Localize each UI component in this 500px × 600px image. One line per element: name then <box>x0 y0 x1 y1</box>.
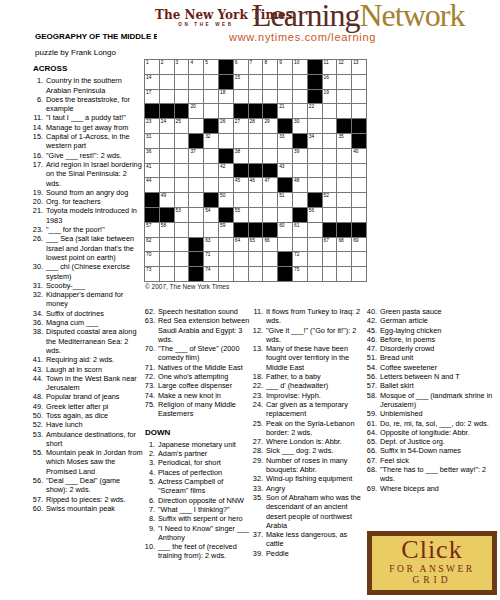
cell-number: 16 <box>324 75 329 80</box>
grid-cell-black <box>219 75 234 90</box>
grid-cell <box>219 134 234 149</box>
clue-text: "Deal ___ Deal" (game show): 2 wds. <box>46 476 143 495</box>
cell-number: 53 <box>176 208 181 213</box>
clue-number: 10 <box>133 542 155 561</box>
grid-cell <box>263 193 278 208</box>
clue-text: "I Need to Know" singer ___ Anthony <box>158 524 255 543</box>
grid-cell <box>337 193 352 208</box>
grid-cell <box>308 267 323 282</box>
grid-cell-black <box>160 208 175 223</box>
grid-cell <box>263 90 278 105</box>
cell-number: 40 <box>353 149 358 154</box>
cell-number: 2 <box>161 60 164 65</box>
clue-down-8: 8Suffix with serpent or hero <box>133 514 255 523</box>
clue-number: 70 <box>133 344 155 363</box>
nyt-logo-subtext: ON THE WEB <box>155 22 257 27</box>
clue-text: One who's attempting <box>158 372 255 381</box>
page-title: GEOGRAPHY OF THE MIDDLE EAST <box>35 32 157 41</box>
grid-cell <box>323 267 338 282</box>
grid-cell <box>293 238 308 253</box>
grid-cell: 50 <box>219 193 234 208</box>
clue-text: "The ___ of Steve" (2000 comedy film) <box>158 344 255 363</box>
grid-cell <box>175 238 190 253</box>
network-wordmark: Network <box>360 0 465 33</box>
grid-cell <box>189 193 204 208</box>
clue-across-16: 16"Give ___ rest!": 2 wds. <box>21 151 143 160</box>
clue-down-37: 37Make less dangerous, as cattle <box>247 530 366 549</box>
grid-cell <box>234 193 249 208</box>
clue-text: Ballet skirt <box>380 381 500 390</box>
grid-cell: 46 <box>249 178 264 193</box>
grid-cell: 22 <box>308 104 323 119</box>
clue-text: Scooby-___ <box>46 281 143 290</box>
cell-number: 17 <box>146 90 151 95</box>
clue-down-57: 57Ballet skirt <box>361 381 500 390</box>
clue-number: 42 <box>361 316 377 325</box>
grid-cell <box>219 104 234 119</box>
clue-across-56: 56"Deal ___ Deal" (game show): 2 wds. <box>21 476 143 495</box>
grid-cell <box>189 119 204 134</box>
clue-number: 72 <box>133 372 155 381</box>
cell-number: 57 <box>146 223 151 228</box>
clue-number: 32 <box>247 474 263 483</box>
clue-text: Disputed coastal area along the Mediterr… <box>46 327 143 355</box>
cell-number: 30 <box>294 119 299 124</box>
clue-text: Speech hesitation sound <box>158 307 255 316</box>
answer-grid-button[interactable]: Click FOR ANSWER GRID <box>367 531 497 595</box>
clue-across-1: 1Country in the southern Arabian Peninsu… <box>21 76 143 95</box>
grid-cell <box>352 164 367 179</box>
across-header: ACROSS <box>33 64 143 73</box>
clue-number: 18 <box>247 372 263 381</box>
grid-cell <box>308 178 323 193</box>
clue-down-46: 46Before, in poems <box>361 335 500 344</box>
cell-number: 44 <box>146 178 151 183</box>
clue-column-4: 40Green pasta sauce42German article45Egg… <box>361 307 500 493</box>
clue-number: 56 <box>21 476 43 495</box>
copyright-notice: © 2007, The New York Times <box>145 283 229 290</box>
grid-cell-black <box>234 223 249 238</box>
clue-number: 60 <box>21 504 43 513</box>
clue-text: Son of Abraham who was the descendant of… <box>266 493 366 530</box>
clue-text: Do, re, mi, fa, sol, ___, do: 2 wds. <box>380 419 500 428</box>
clue-across-38: 38Disputed coastal area along the Medite… <box>21 327 143 355</box>
clue-number: 20 <box>21 197 43 206</box>
clue-text: Peak on the Syria-Lebanon border: 2 wds. <box>266 419 366 438</box>
grid-cell <box>234 90 249 105</box>
cell-number: 14 <box>146 75 151 80</box>
grid-cell-black <box>352 223 367 238</box>
grid-cell <box>219 238 234 253</box>
clue-number: 57 <box>21 495 43 504</box>
clue-down-5: 5Actress Campbell of "Scream" films <box>133 477 255 496</box>
grid-cell <box>189 208 204 223</box>
cell-number: 67 <box>324 238 329 243</box>
clue-number: 63 <box>133 316 155 344</box>
grid-cell <box>160 178 175 193</box>
learning-network-logo: LearningNetwork <box>252 0 464 34</box>
crossword-grid: 1234567891011121314151617181920212223242… <box>144 59 367 282</box>
grid-cell <box>160 238 175 253</box>
grid-cell <box>189 75 204 90</box>
grid-cell <box>323 149 338 164</box>
byline: puzzle by Frank Longo <box>35 48 116 57</box>
clue-number: 27 <box>247 437 263 446</box>
cell-number: 46 <box>250 178 255 183</box>
clue-number: 23 <box>21 225 43 234</box>
cell-number: 1 <box>146 60 149 65</box>
grid-cell: 36 <box>145 149 160 164</box>
clue-down-66: 66Suffix in 54-Down names <box>361 446 500 455</box>
clue-number: 68 <box>361 465 377 484</box>
clue-number: 55 <box>21 448 43 476</box>
clue-down-67: 67Feel sick <box>361 456 500 465</box>
grid-cell <box>308 119 323 134</box>
clue-number: 36 <box>21 318 43 327</box>
clue-text: Dept. of Justice org. <box>380 437 500 446</box>
grid-cell-black <box>308 193 323 208</box>
clue-text: Where London is: Abbr. <box>266 437 366 446</box>
cell-number: 21 <box>279 104 284 109</box>
grid-cell: 24 <box>160 119 175 134</box>
grid-cell: 52 <box>323 193 338 208</box>
grid-cell: 47 <box>263 178 278 193</box>
grid-cell <box>263 252 278 267</box>
grid-cell: 19 <box>323 90 338 105</box>
grid-cell <box>323 252 338 267</box>
clue-number: 7 <box>133 505 155 514</box>
clue-down-51: 51Bread unit <box>361 353 500 362</box>
grid-cell <box>323 178 338 193</box>
grid-cell <box>249 193 264 208</box>
clue-number: 39 <box>247 549 263 558</box>
cell-number: 75 <box>294 267 299 272</box>
clue-number: 8 <box>133 514 155 523</box>
clue-number: 28 <box>247 446 263 455</box>
clue-text: Large coffee dispenser <box>158 381 255 390</box>
grid-cell-black <box>337 223 352 238</box>
clue-across-6: 6Does the breaststroke, for example <box>21 95 143 114</box>
grid-cell <box>234 267 249 282</box>
clue-text: Sound from an angry dog <box>46 188 143 197</box>
clue-number: 74 <box>133 391 155 400</box>
grid-cell <box>175 75 190 90</box>
cell-number: 15 <box>235 75 240 80</box>
grid-cell: 40 <box>352 149 367 164</box>
clue-text: Suffix of doctrines <box>46 309 143 318</box>
grid-cell <box>249 90 264 105</box>
clue-number: 5 <box>133 477 155 496</box>
grid-cell <box>249 134 264 149</box>
clue-number: 11 <box>21 113 43 122</box>
clue-across-34: 34Suffix of doctrines <box>21 309 143 318</box>
clue-down-28: 28Sick ___ dog: 2 wds. <box>247 446 366 455</box>
clue-across-48: 48Popular brand of jeans <box>21 392 143 401</box>
grid-cell <box>219 252 234 267</box>
grid-cell: 13 <box>352 60 367 75</box>
cell-number: 51 <box>279 193 284 198</box>
grid-cell: 59 <box>219 223 234 238</box>
grid-cell <box>352 90 367 105</box>
cell-number: 65 <box>250 238 255 243</box>
grid-cell: 51 <box>278 193 293 208</box>
clue-number: 12 <box>247 326 263 345</box>
grid-cell-black <box>160 104 175 119</box>
cell-number: 54 <box>205 208 210 213</box>
grid-cell <box>263 267 278 282</box>
cell-number: 43 <box>279 164 284 169</box>
grid-cell <box>234 134 249 149</box>
clue-text: ___ d' (headwaiter) <box>266 381 366 390</box>
grid-cell <box>293 193 308 208</box>
grid-cell-black <box>352 134 367 149</box>
grid-cell-black <box>234 164 249 179</box>
grid-cell <box>278 75 293 90</box>
clue-down-24: 24Car given as a temporary replacement <box>247 400 366 419</box>
clue-down-47: 47Disorderly crowd <box>361 344 500 353</box>
clue-across-23: 23"___ for the poor!" <box>21 225 143 234</box>
clue-across-20: 20Org. for teachers <box>21 197 143 206</box>
cell-number: 69 <box>353 238 358 243</box>
clue-number: 75 <box>133 400 155 419</box>
grid-cell: 72 <box>293 252 308 267</box>
learning-wordmark: Learning <box>252 0 360 33</box>
cell-number: 27 <box>235 119 240 124</box>
clue-text: Org. for teachers <box>46 197 143 206</box>
grid-cell: 64 <box>234 238 249 253</box>
grid-cell <box>263 149 278 164</box>
grid-cell <box>204 75 219 90</box>
clue-text: Religion of many Middle Easterners <box>158 400 255 419</box>
grid-cell-black <box>175 104 190 119</box>
clue-across-75: 75Religion of many Middle Easterners <box>133 400 255 419</box>
grid-cell: 56 <box>308 208 323 223</box>
clue-down-18: 18Father, to a baby <box>247 372 366 381</box>
grid-cell <box>308 149 323 164</box>
clue-text: Capital of 1-Across, in the western part <box>46 132 143 151</box>
grid-cell <box>337 90 352 105</box>
cell-number: 59 <box>220 223 225 228</box>
grid-cell <box>175 149 190 164</box>
clue-text: ___ the feet of (received training from)… <box>158 542 255 561</box>
grid-cell: 9 <box>278 60 293 75</box>
clue-text: Make a new knot in <box>158 391 255 400</box>
clue-across-49: 49Greek letter after pi <box>21 402 143 411</box>
clue-text: Periodical, for short <box>158 458 255 467</box>
grid-cell: 63 <box>204 238 219 253</box>
grid-cell-black <box>189 134 204 149</box>
clue-number: 67 <box>361 456 377 465</box>
clue-text: Unblemished <box>380 409 500 418</box>
clue-across-19: 19Sound from an angry dog <box>21 188 143 197</box>
grid-cell <box>204 104 219 119</box>
clue-text: Does the breaststroke, for example <box>46 95 143 114</box>
clue-number: 53 <box>21 430 43 449</box>
clue-number: 31 <box>21 281 43 290</box>
clue-across-60: 60Swiss mountain peak <box>21 504 143 513</box>
clue-down-13: 13Many of these have been fought over te… <box>247 344 366 372</box>
clue-number: 54 <box>361 363 377 372</box>
clue-across-11: 11"I taut I ___ a puddy tat!" <box>21 113 143 122</box>
clue-text: Make less dangerous, as cattle <box>266 530 366 549</box>
grid-cell <box>352 75 367 90</box>
grid-cell: 69 <box>352 238 367 253</box>
grid-cell: 37 <box>189 149 204 164</box>
clue-number: 47 <box>361 344 377 353</box>
clue-text: Red Sea extension between Saudi Arabia a… <box>158 316 255 344</box>
down-header: DOWN <box>145 428 255 437</box>
grid-cell <box>175 223 190 238</box>
grid-cell <box>160 134 175 149</box>
cell-number: 23 <box>146 119 151 124</box>
clue-number: 38 <box>21 327 43 355</box>
grid-cell <box>323 104 338 119</box>
grid-cell: 55 <box>234 208 249 223</box>
clue-text: Wind-up fishing equipment <box>266 474 366 483</box>
grid-cell <box>160 252 175 267</box>
clue-text: It flows from Turkey to Iraq: 2 wds. <box>266 307 366 326</box>
grid-cell: 7 <box>249 60 264 75</box>
grid-cell <box>160 90 175 105</box>
clue-text: Before, in poems <box>380 335 500 344</box>
grid-cell-black <box>278 267 293 282</box>
grid-cell <box>189 223 204 238</box>
cell-number: 60 <box>279 223 284 228</box>
grid-cell: 17 <box>145 90 160 105</box>
clue-number: 6 <box>133 496 155 505</box>
clue-text: Japanese monetary unit <box>158 440 255 449</box>
site-url-link[interactable]: www.nytimes.com/learning <box>229 31 376 43</box>
answer-button-click-label: Click <box>372 537 492 562</box>
clue-down-39: 39Peddle <box>247 549 366 558</box>
grid-cell: 23 <box>145 119 160 134</box>
clue-down-61: 61Do, re, mi, fa, sol, ___, do: 2 wds. <box>361 419 500 428</box>
clue-number: 13 <box>247 344 263 372</box>
clue-text: "___ for the poor!" <box>46 225 143 234</box>
grid-cell-black <box>278 119 293 134</box>
grid-cell <box>249 149 264 164</box>
clue-across-70: 70"The ___ of Steve" (2000 comedy film) <box>133 344 255 363</box>
grid-cell <box>249 75 264 90</box>
clue-text: Peddle <box>266 549 366 558</box>
cell-number: 73 <box>146 267 151 272</box>
answer-button-line3: GRID <box>372 575 492 586</box>
grid-cell: 30 <box>293 119 308 134</box>
grid-cell: 6 <box>234 60 249 75</box>
cell-number: 32 <box>205 134 210 139</box>
grid-cell <box>337 75 352 90</box>
grid-cell <box>160 75 175 90</box>
clue-number: 56 <box>361 372 377 381</box>
grid-cell <box>175 252 190 267</box>
grid-cell <box>308 164 323 179</box>
grid-cell <box>160 267 175 282</box>
grid-cell-black <box>145 193 160 208</box>
grid-cell <box>278 208 293 223</box>
grid-cell-black <box>323 223 338 238</box>
cell-number: 74 <box>205 267 210 272</box>
clue-down-6: 6Direction opposite of NNW <box>133 496 255 505</box>
clue-text: Country in the southern Arabian Peninsul… <box>46 76 143 95</box>
cell-number: 34 <box>309 134 314 139</box>
clue-number: 33 <box>247 484 263 493</box>
cell-number: 8 <box>264 60 267 65</box>
clue-text: Letters between N and T <box>380 372 500 381</box>
cell-number: 37 <box>190 149 195 154</box>
clue-text: Suffix in 54-Down names <box>380 446 500 455</box>
cell-number: 52 <box>324 193 329 198</box>
clue-down-69: 69Where biceps and <box>361 484 500 493</box>
grid-cell-black <box>219 60 234 75</box>
nyt-logo: The New York Times ON THE WEB <box>155 9 257 27</box>
cell-number: 31 <box>146 134 151 139</box>
grid-cell <box>337 267 352 282</box>
clue-number: 15 <box>21 132 43 151</box>
grid-cell-black <box>263 223 278 238</box>
clue-text: Magna cum ___ <box>46 318 143 327</box>
clue-across-50: 50Toss again, as dice <box>21 411 143 420</box>
clue-across-63: 63Red Sea extension between Saudi Arabia… <box>133 316 255 344</box>
clue-number: 43 <box>21 365 43 374</box>
clue-column-3: 11It flows from Turkey to Iraq: 2 wds.12… <box>247 307 366 558</box>
grid-cell-black <box>263 164 278 179</box>
clue-across-36: 36Magna cum ___ <box>21 318 143 327</box>
grid-cell <box>308 223 323 238</box>
grid-cell <box>189 164 204 179</box>
clue-text: "What ___ I thinking?" <box>158 505 255 514</box>
grid-cell: 10 <box>293 60 308 75</box>
grid-cell <box>160 149 175 164</box>
clue-number: 73 <box>133 381 155 390</box>
clue-down-3: 3Periodical, for short <box>133 458 255 467</box>
grid-cell: 21 <box>278 104 293 119</box>
clue-text: Manage to get away from <box>46 123 143 132</box>
clue-across-44: 44Town in the West Bank near Jerusalem <box>21 374 143 393</box>
clue-number: 65 <box>361 437 377 446</box>
cell-number: 48 <box>294 178 299 183</box>
cell-number: 49 <box>161 193 166 198</box>
grid-cell <box>337 178 352 193</box>
clue-number: 16 <box>21 151 43 160</box>
grid-cell <box>337 252 352 267</box>
grid-cell-black <box>263 104 278 119</box>
grid-cell-black <box>308 60 323 75</box>
clue-text: Bread unit <box>380 353 500 362</box>
clue-text: Greek letter after pi <box>46 402 143 411</box>
clue-number: 3 <box>133 458 155 467</box>
clue-number: 30 <box>21 262 43 281</box>
clue-down-33: 33Angry <box>247 484 366 493</box>
grid-cell-black <box>204 119 219 134</box>
grid-cell: 16 <box>323 75 338 90</box>
clue-text: ___ chi (Chinese exercise system) <box>46 262 143 281</box>
clue-number: 41 <box>21 355 43 364</box>
grid-cell: 73 <box>145 267 160 282</box>
clue-text: Toss again, as dice <box>46 411 143 420</box>
grid-cell: 49 <box>160 193 175 208</box>
grid-cell <box>352 104 367 119</box>
grid-cell <box>323 134 338 149</box>
clue-text: Town in the West Bank near Jerusalem <box>46 374 143 393</box>
grid-cell: 33 <box>278 134 293 149</box>
clue-text: "I taut I ___ a puddy tat!" <box>46 113 143 122</box>
grid-cell: 3 <box>175 60 190 75</box>
grid-cell: 58 <box>160 223 175 238</box>
cell-number: 63 <box>205 238 210 243</box>
cell-number: 22 <box>309 104 314 109</box>
grid-cell-black <box>234 104 249 119</box>
clue-number: 32 <box>21 290 43 309</box>
